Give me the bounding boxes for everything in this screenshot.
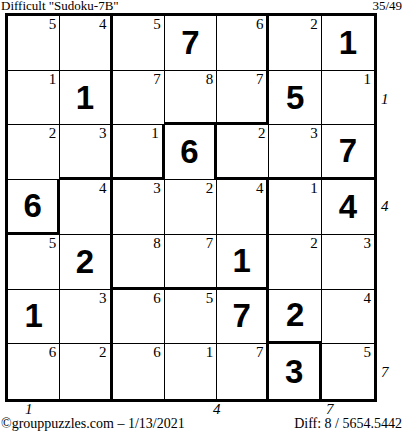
sudoku-cell[interactable]: 5 [8,16,60,71]
given-digit: 7 [322,125,374,177]
clue-counter: 35/49 [372,0,402,14]
given-digit: 6 [8,180,57,232]
sudoku-cell[interactable]: 2 [269,16,321,71]
row-label-4: 4 [381,198,389,215]
sudoku-cell[interactable]: 8 [113,235,165,290]
solve-order-mark: 2 [258,125,266,142]
solve-order-mark: 3 [310,125,318,142]
sudoku-board: 5457621117875123162376432414528712313657… [5,13,377,402]
page-title: Difficult "Sudoku-7B" [1,0,119,14]
sudoku-cell[interactable]: 3 [322,235,374,290]
given-digit: 4 [322,180,374,234]
sudoku-cell[interactable]: 6 [113,344,165,399]
solve-order-mark: 1 [310,180,318,197]
sudoku-cell[interactable]: 7 [217,344,269,399]
solve-order-mark: 7 [153,71,161,88]
solve-order-mark: 4 [256,180,264,197]
sudoku-cell[interactable]: 7 [217,71,269,126]
given-digit: 2 [60,235,109,289]
sudoku-cell[interactable]: 4 [60,180,112,235]
row-label-7: 7 [381,364,389,381]
solve-order-mark: 5 [49,16,57,33]
sudoku-cell[interactable]: 3 [113,180,165,235]
sudoku-cell[interactable]: 1 [60,71,112,126]
sudoku-cell[interactable]: 1 [165,344,217,399]
sudoku-cell[interactable]: 2 [217,125,269,180]
given-digit: 7 [165,16,216,70]
solve-order-mark: 8 [153,235,161,252]
solve-order-mark: 3 [363,235,371,252]
solve-order-mark: 4 [363,290,371,307]
solve-order-mark: 5 [363,344,371,361]
solve-order-mark: 6 [153,344,161,361]
sudoku-cell[interactable]: 2 [8,125,60,180]
sudoku-cell[interactable]: 3 [269,344,321,399]
sudoku-cell[interactable]: 4 [217,180,269,235]
puzzle-page: Difficult "Sudoku-7B" 35/49 545762111787… [0,0,403,437]
given-digit: 1 [322,16,374,70]
solve-order-mark: 5 [206,290,214,307]
sudoku-cell[interactable]: 7 [322,125,374,180]
sudoku-cell[interactable]: 1 [322,71,374,126]
solve-order-mark: 4 [99,180,107,197]
solve-order-mark: 1 [151,125,159,142]
solve-order-mark: 1 [363,71,371,88]
sudoku-cell[interactable]: 5 [165,290,217,345]
sudoku-cell[interactable]: 7 [165,235,217,290]
given-digit: 5 [269,71,320,125]
solve-order-mark: 3 [99,290,107,307]
sudoku-cell[interactable]: 2 [269,235,321,290]
sudoku-cell[interactable]: 6 [8,344,60,399]
solve-order-mark: 6 [153,290,161,307]
solve-order-mark: 6 [49,344,57,361]
solve-order-mark: 3 [153,180,161,197]
solve-order-mark: 2 [310,16,318,33]
sudoku-cell[interactable]: 2 [165,180,217,235]
row-label-1: 1 [381,91,389,108]
given-digit: 1 [60,71,109,125]
sudoku-cell[interactable]: 4 [322,290,374,345]
copyright-text: ©grouppuzzles.com – 1/13/2021 [1,416,185,432]
given-digit: 2 [269,290,320,342]
sudoku-cell[interactable]: 1 [113,125,165,180]
sudoku-cell[interactable]: 5 [8,235,60,290]
sudoku-cell[interactable]: 3 [269,125,321,180]
solve-order-mark: 2 [49,125,57,142]
solve-order-mark: 2 [310,235,318,252]
sudoku-cell[interactable]: 1 [217,235,269,290]
sudoku-cell[interactable]: 7 [217,290,269,345]
sudoku-cell[interactable]: 4 [60,16,112,71]
sudoku-cell[interactable]: 2 [60,344,112,399]
sudoku-cell[interactable]: 4 [322,180,374,235]
col-label-4: 4 [213,401,221,418]
solve-order-mark: 4 [99,16,107,33]
sudoku-cell[interactable]: 6 [217,16,269,71]
sudoku-cell[interactable]: 3 [60,125,112,180]
solve-order-mark: 7 [256,344,264,361]
sudoku-cell[interactable]: 2 [60,235,112,290]
sudoku-cell[interactable]: 8 [165,71,217,126]
solve-order-mark: 7 [206,235,214,252]
given-digit: 1 [217,235,266,287]
given-digit: 7 [217,290,266,344]
given-digit: 6 [165,125,214,179]
solve-order-mark: 3 [99,125,107,142]
sudoku-cell[interactable]: 1 [269,180,321,235]
solve-order-mark: 5 [49,235,57,252]
solve-order-mark: 2 [99,344,107,361]
solve-order-mark: 6 [256,16,264,33]
sudoku-cell[interactable]: 5 [113,16,165,71]
given-digit: 1 [8,290,59,344]
solve-order-mark: 7 [256,71,264,88]
sudoku-cell[interactable]: 6 [165,125,217,180]
sudoku-cell[interactable]: 5 [269,71,321,126]
solve-order-mark: 2 [206,180,214,197]
sudoku-cell[interactable]: 1 [8,290,60,345]
solve-order-mark: 5 [153,16,161,33]
sudoku-cell[interactable]: 5 [322,344,374,399]
sudoku-cell[interactable]: 6 [113,290,165,345]
solve-order-mark: 1 [206,344,214,361]
sudoku-cell[interactable]: 1 [8,71,60,126]
sudoku-cell[interactable]: 3 [60,290,112,345]
sudoku-cell[interactable]: 6 [8,180,60,235]
sudoku-cell[interactable]: 7 [113,71,165,126]
sudoku-cell[interactable]: 2 [269,290,321,345]
given-digit: 3 [269,344,318,399]
sudoku-cell[interactable]: 1 [322,16,374,71]
solve-order-mark: 8 [206,71,214,88]
difficulty-text: Diff: 8 / 5654.5442 [294,416,402,432]
sudoku-cell[interactable]: 7 [165,16,217,71]
solve-order-mark: 1 [49,71,57,88]
